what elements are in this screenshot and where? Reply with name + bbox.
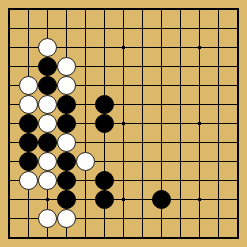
star-point — [198, 198, 201, 201]
stone-black[interactable] — [19, 133, 38, 152]
stone-black[interactable] — [38, 57, 57, 76]
stone-black[interactable] — [95, 190, 114, 209]
star-point — [122, 122, 125, 125]
stone-white[interactable] — [57, 209, 76, 228]
go-board[interactable] — [0, 0, 247, 247]
stone-black[interactable] — [57, 114, 76, 133]
stone-white[interactable] — [57, 57, 76, 76]
stone-black[interactable] — [57, 171, 76, 190]
stone-white[interactable] — [19, 95, 38, 114]
star-point — [122, 46, 125, 49]
stone-white[interactable] — [57, 133, 76, 152]
star-point — [198, 46, 201, 49]
stone-white[interactable] — [19, 76, 38, 95]
stone-white[interactable] — [38, 38, 57, 57]
stone-black[interactable] — [95, 114, 114, 133]
stone-white[interactable] — [57, 76, 76, 95]
stone-black[interactable] — [152, 190, 171, 209]
stone-black[interactable] — [57, 152, 76, 171]
stone-black[interactable] — [95, 95, 114, 114]
stone-white[interactable] — [38, 95, 57, 114]
stone-black[interactable] — [38, 76, 57, 95]
stone-white[interactable] — [38, 152, 57, 171]
stone-white[interactable] — [38, 171, 57, 190]
star-point — [46, 198, 49, 201]
stone-white[interactable] — [38, 114, 57, 133]
stone-black[interactable] — [19, 114, 38, 133]
star-point — [198, 122, 201, 125]
stone-black[interactable] — [38, 133, 57, 152]
stone-black[interactable] — [95, 171, 114, 190]
stone-white[interactable] — [76, 152, 95, 171]
star-point — [122, 198, 125, 201]
stone-white[interactable] — [19, 171, 38, 190]
stone-black[interactable] — [19, 152, 38, 171]
stone-black[interactable] — [57, 95, 76, 114]
stone-black[interactable] — [57, 190, 76, 209]
stone-white[interactable] — [38, 209, 57, 228]
